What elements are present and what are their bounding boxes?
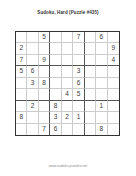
empty-cell-r9c2[interactable] bbox=[27, 124, 38, 135]
given-cell-r2c9: 9 bbox=[108, 43, 119, 54]
given-cell-r7c8: 1 bbox=[96, 101, 107, 112]
given-cell-r9c8: 8 bbox=[96, 124, 107, 135]
given-cell-r6c5: 4 bbox=[62, 89, 73, 100]
empty-cell-r6c7[interactable] bbox=[85, 89, 96, 100]
empty-cell-r4c8[interactable] bbox=[96, 66, 107, 77]
given-cell-r5c6: 6 bbox=[73, 78, 84, 89]
empty-cell-r5c5[interactable] bbox=[62, 78, 73, 89]
given-cell-r6c6: 5 bbox=[73, 89, 84, 100]
empty-cell-r5c8[interactable] bbox=[96, 78, 107, 89]
empty-cell-r2c2[interactable] bbox=[27, 43, 38, 54]
empty-cell-r7c9[interactable] bbox=[108, 101, 119, 112]
given-cell-r8c6: 1 bbox=[73, 112, 84, 123]
empty-cell-r9c6[interactable] bbox=[73, 124, 84, 135]
empty-cell-r7c1[interactable] bbox=[16, 101, 27, 112]
empty-cell-r2c3[interactable] bbox=[39, 43, 50, 54]
empty-cell-r2c5[interactable] bbox=[62, 43, 73, 54]
empty-cell-r1c1[interactable] bbox=[16, 32, 27, 43]
empty-cell-r4c9[interactable] bbox=[108, 66, 119, 77]
given-cell-r4c6: 3 bbox=[73, 66, 84, 77]
given-cell-r8c5: 2 bbox=[62, 112, 73, 123]
empty-cell-r9c1[interactable] bbox=[16, 124, 27, 135]
given-cell-r4c1: 5 bbox=[16, 66, 27, 77]
given-cell-r5c3: 8 bbox=[39, 78, 50, 89]
empty-cell-r8c2[interactable] bbox=[27, 112, 38, 123]
empty-cell-r6c4[interactable] bbox=[50, 89, 61, 100]
empty-cell-r9c5[interactable] bbox=[62, 124, 73, 135]
footer-url: www.sudoku-puzzles.net bbox=[0, 164, 136, 168]
empty-cell-r3c8[interactable] bbox=[96, 55, 107, 66]
empty-cell-r2c6[interactable] bbox=[73, 43, 84, 54]
given-cell-r8c4: 3 bbox=[50, 112, 61, 123]
empty-cell-r3c4[interactable] bbox=[50, 55, 61, 66]
empty-cell-r2c7[interactable] bbox=[85, 43, 96, 54]
given-cell-r1c6: 7 bbox=[73, 32, 84, 43]
given-cell-r5c2: 3 bbox=[27, 78, 38, 89]
given-cell-r9c3: 7 bbox=[39, 124, 50, 135]
empty-cell-r7c3[interactable] bbox=[39, 101, 50, 112]
empty-cell-r5c9[interactable] bbox=[108, 78, 119, 89]
page-title: Sudoku, Hard (Puzzle #435) bbox=[0, 10, 136, 15]
given-cell-r2c1: 2 bbox=[16, 43, 27, 54]
given-cell-r7c4: 8 bbox=[50, 101, 61, 112]
sudoku-sheet: Sudoku, Hard (Puzzle #435) 5762979456338… bbox=[0, 0, 136, 176]
given-cell-r1c3: 5 bbox=[39, 32, 50, 43]
empty-cell-r8c8[interactable] bbox=[96, 112, 107, 123]
empty-cell-r1c7[interactable] bbox=[85, 32, 96, 43]
given-cell-r4c2: 6 bbox=[27, 66, 38, 77]
empty-cell-r7c5[interactable] bbox=[62, 101, 73, 112]
empty-cell-r4c7[interactable] bbox=[85, 66, 96, 77]
given-cell-r3c1: 7 bbox=[16, 55, 27, 66]
empty-cell-r5c7[interactable] bbox=[85, 78, 96, 89]
given-cell-r8c1: 8 bbox=[16, 112, 27, 123]
empty-cell-r3c5[interactable] bbox=[62, 55, 73, 66]
empty-cell-r1c4[interactable] bbox=[50, 32, 61, 43]
empty-cell-r4c4[interactable] bbox=[50, 66, 61, 77]
empty-cell-r6c9[interactable] bbox=[108, 89, 119, 100]
empty-cell-r9c9[interactable] bbox=[108, 124, 119, 135]
empty-cell-r7c6[interactable] bbox=[73, 101, 84, 112]
empty-cell-r3c2[interactable] bbox=[27, 55, 38, 66]
empty-cell-r8c3[interactable] bbox=[39, 112, 50, 123]
empty-cell-r4c3[interactable] bbox=[39, 66, 50, 77]
given-cell-r7c2: 2 bbox=[27, 101, 38, 112]
empty-cell-r6c3[interactable] bbox=[39, 89, 50, 100]
given-cell-r3c3: 9 bbox=[39, 55, 50, 66]
empty-cell-r6c1[interactable] bbox=[16, 89, 27, 100]
empty-cell-r7c7[interactable] bbox=[85, 101, 96, 112]
empty-cell-r5c4[interactable] bbox=[50, 78, 61, 89]
empty-cell-r1c5[interactable] bbox=[62, 32, 73, 43]
empty-cell-r8c9[interactable] bbox=[108, 112, 119, 123]
empty-cell-r6c2[interactable] bbox=[27, 89, 38, 100]
given-cell-r1c8: 6 bbox=[96, 32, 107, 43]
empty-cell-r2c8[interactable] bbox=[96, 43, 107, 54]
sudoku-grid: 57629794563386452818321768 bbox=[15, 31, 120, 136]
empty-cell-r2c4[interactable] bbox=[50, 43, 61, 54]
empty-cell-r8c7[interactable] bbox=[85, 112, 96, 123]
empty-cell-r9c7[interactable] bbox=[85, 124, 96, 135]
empty-cell-r6c8[interactable] bbox=[96, 89, 107, 100]
empty-cell-r3c7[interactable] bbox=[85, 55, 96, 66]
empty-cell-r1c9[interactable] bbox=[108, 32, 119, 43]
empty-cell-r1c2[interactable] bbox=[27, 32, 38, 43]
given-cell-r3c9: 4 bbox=[108, 55, 119, 66]
empty-cell-r3c6[interactable] bbox=[73, 55, 84, 66]
empty-cell-r5c1[interactable] bbox=[16, 78, 27, 89]
empty-cell-r4c5[interactable] bbox=[62, 66, 73, 77]
given-cell-r9c4: 6 bbox=[50, 124, 61, 135]
